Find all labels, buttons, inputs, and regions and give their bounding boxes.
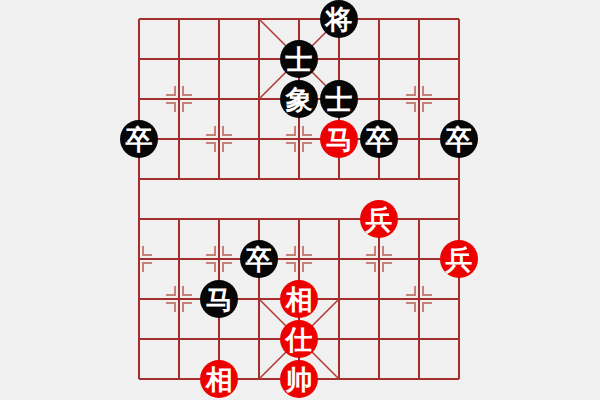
red-elephant[interactable]: 相 (280, 280, 318, 318)
red-general[interactable]: 帅 (280, 360, 318, 398)
red-advisor[interactable]: 仕 (280, 320, 318, 358)
black-soldier[interactable]: 卒 (440, 120, 478, 158)
red-soldier[interactable]: 兵 (440, 240, 478, 278)
red-soldier[interactable]: 兵 (360, 200, 398, 238)
black-soldier[interactable]: 卒 (120, 120, 158, 158)
black-horse[interactable]: 马 (200, 280, 238, 318)
black-elephant[interactable]: 象 (280, 80, 318, 118)
black-general[interactable]: 将 (320, 0, 358, 38)
red-elephant[interactable]: 相 (200, 360, 238, 398)
red-horse[interactable]: 马 (320, 120, 358, 158)
piece-layer: 将士象士卒马卒卒兵卒兵马相仕相帅 (119, 0, 479, 399)
black-advisor[interactable]: 士 (280, 40, 318, 78)
black-advisor[interactable]: 士 (320, 80, 358, 118)
xiangqi-board: 将士象士卒马卒卒兵卒兵马相仕相帅 (0, 0, 600, 400)
black-soldier[interactable]: 卒 (360, 120, 398, 158)
black-soldier[interactable]: 卒 (240, 240, 278, 278)
